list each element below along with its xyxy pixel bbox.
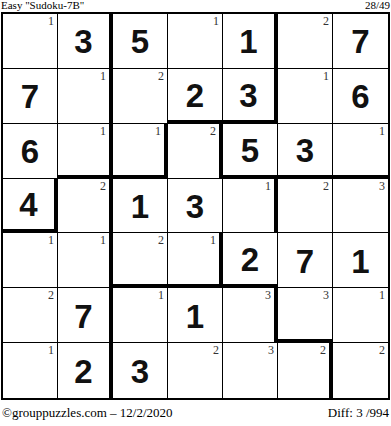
given-digit: 2 [241, 243, 259, 276]
given-digit: 6 [351, 80, 369, 113]
cell-r5c1: 7 [58, 288, 113, 343]
puzzle-page: Easy "Sudoku-7B" 28/49 13511277122316611… [0, 0, 391, 426]
given-digit: 1 [186, 300, 204, 333]
cell-r2c5: 3 [278, 124, 333, 179]
cell-r0c0[interactable]: 1 [3, 14, 58, 69]
cell-r5c6[interactable]: 1 [333, 288, 388, 343]
cell-r2c2[interactable]: 1 [113, 124, 168, 179]
cell-r1c2[interactable]: 2 [113, 69, 168, 124]
hint-digit: 1 [48, 14, 54, 28]
hint-digit: 3 [265, 288, 271, 302]
cell-r0c2: 5 [113, 14, 168, 69]
cell-r6c3[interactable]: 2 [168, 343, 223, 398]
cell-r3c3: 3 [168, 179, 223, 234]
hint-digit: 1 [379, 124, 385, 138]
given-digit: 5 [241, 134, 259, 167]
given-digit: 7 [296, 245, 314, 278]
cell-r1c0: 7 [3, 69, 58, 124]
hint-digit: 2 [210, 124, 216, 138]
given-digit: 2 [186, 79, 204, 112]
hint-digit: 1 [323, 69, 329, 83]
hint-digit: 2 [323, 179, 329, 193]
given-digit: 7 [74, 300, 92, 333]
cell-r5c4[interactable]: 3 [223, 288, 278, 343]
cell-r4c6: 1 [333, 233, 388, 288]
cell-r2c1[interactable]: 1 [58, 124, 113, 179]
cell-r5c0[interactable]: 2 [3, 288, 58, 343]
copyright-line: ©grouppuzzles.com – 12/2/2020 [2, 405, 173, 421]
cell-r6c5[interactable]: 2 [278, 343, 333, 398]
cell-r0c4: 1 [223, 14, 278, 69]
given-digit: 2 [74, 355, 92, 388]
cell-r4c4: 2 [223, 233, 278, 288]
hint-digit: 2 [320, 343, 326, 357]
hint-digit: 2 [48, 288, 54, 302]
given-digit: 7 [21, 80, 39, 113]
cell-r5c5[interactable]: 3 [278, 288, 333, 343]
hint-digit: 1 [100, 124, 106, 138]
sudoku-board: 1351127712231661125314213123112127127113… [1, 12, 390, 400]
cell-r4c5: 7 [278, 233, 333, 288]
cell-r1c5[interactable]: 1 [278, 69, 333, 124]
cell-r2c3[interactable]: 2 [168, 124, 223, 179]
cell-r6c1: 2 [58, 343, 113, 398]
hint-digit: 1 [48, 233, 54, 247]
given-digit: 3 [296, 134, 314, 167]
cell-r4c2[interactable]: 2 [113, 233, 168, 288]
cell-r0c5[interactable]: 2 [278, 14, 333, 69]
given-digit: 5 [131, 25, 149, 58]
given-digit: 1 [351, 245, 369, 278]
cell-r1c1[interactable]: 1 [58, 69, 113, 124]
hint-digit: 1 [48, 343, 54, 357]
cell-r0c6: 7 [333, 14, 388, 69]
hint-digit: 3 [268, 343, 274, 357]
hint-digit: 1 [158, 288, 164, 302]
hint-digit: 2 [158, 69, 164, 83]
difficulty-label: Diff: 3 /994 [328, 405, 389, 421]
hint-digit: 1 [100, 69, 106, 83]
cell-r1c3: 2 [168, 69, 223, 124]
given-digit: 6 [21, 135, 39, 168]
hint-digit: 1 [210, 233, 216, 247]
cell-r1c6: 6 [333, 69, 388, 124]
cell-r3c1[interactable]: 2 [58, 179, 113, 234]
header: Easy "Sudoku-7B" 28/49 [0, 0, 391, 12]
hint-digit: 2 [158, 233, 164, 247]
given-digit: 7 [351, 25, 369, 58]
hint-digit: 1 [379, 288, 385, 302]
cell-r0c3[interactable]: 1 [168, 14, 223, 69]
given-digit: 3 [131, 355, 149, 388]
hint-digit: 2 [213, 343, 219, 357]
given-digit: 3 [239, 79, 257, 112]
cell-r3c5[interactable]: 2 [278, 179, 333, 234]
cell-r2c6[interactable]: 1 [333, 124, 388, 179]
cell-r2c0: 6 [3, 124, 58, 179]
hint-digit: 1 [213, 14, 219, 28]
hint-digit: 2 [379, 343, 385, 357]
cell-r1c4: 3 [223, 69, 278, 124]
given-digit: 3 [186, 190, 204, 223]
hint-digit: 2 [100, 179, 106, 193]
cell-r0c1: 3 [58, 14, 113, 69]
hint-digit: 2 [323, 14, 329, 28]
puzzle-title: Easy "Sudoku-7B" [1, 0, 84, 11]
cell-r6c4[interactable]: 3 [223, 343, 278, 398]
hint-digit: 1 [155, 124, 161, 138]
cell-r6c6[interactable]: 2 [333, 343, 388, 398]
cell-r4c0[interactable]: 1 [3, 233, 58, 288]
cell-r3c0: 4 [3, 179, 58, 234]
given-digit: 1 [239, 25, 257, 58]
given-digit: 3 [74, 25, 92, 58]
cell-r4c1[interactable]: 1 [58, 233, 113, 288]
hint-digit: 1 [265, 179, 271, 193]
cell-r4c3[interactable]: 1 [168, 233, 223, 288]
cell-r3c4[interactable]: 1 [223, 179, 278, 234]
cell-r5c2[interactable]: 1 [113, 288, 168, 343]
cell-r3c6[interactable]: 3 [333, 179, 388, 234]
given-digit: 4 [19, 188, 37, 221]
given-digit: 1 [131, 190, 149, 223]
puzzle-counter: 28/49 [365, 0, 390, 11]
hint-digit: 1 [100, 233, 106, 247]
cell-r6c0[interactable]: 1 [3, 343, 58, 398]
cell-r3c2: 1 [113, 179, 168, 234]
cell-r6c2: 3 [113, 343, 168, 398]
cell-r5c3: 1 [168, 288, 223, 343]
hint-digit: 3 [323, 288, 329, 302]
hint-digit: 3 [379, 179, 385, 193]
footer: ©grouppuzzles.com – 12/2/2020 Diff: 3 /9… [0, 403, 391, 423]
cell-r2c4: 5 [223, 124, 278, 179]
